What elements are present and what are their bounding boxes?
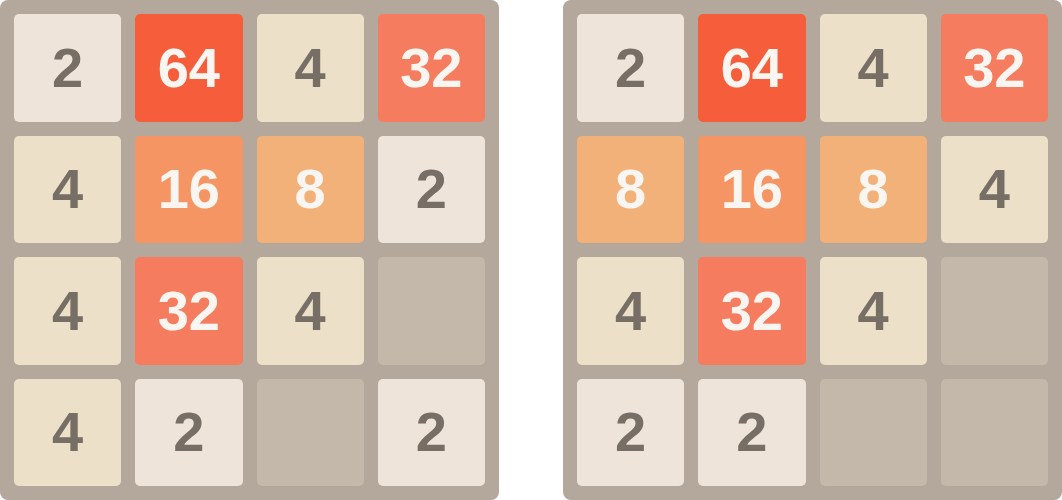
- tile-4-r3c3: 4: [257, 257, 364, 365]
- board-left: 264432416824324422: [0, 0, 499, 500]
- empty-cell-r4c3: [257, 379, 364, 487]
- tile-4-r3c1: 4: [14, 257, 121, 365]
- tile-8-r2c3: 8: [257, 136, 364, 244]
- tile-2-r2c4: 2: [378, 136, 485, 244]
- tile-4-r1c3: 4: [257, 14, 364, 122]
- tile-32-r1c4: 32: [941, 14, 1048, 122]
- tile-16-r2c2: 16: [698, 136, 805, 244]
- tile-2-r1c1: 2: [14, 14, 121, 122]
- tile-8-r2c1: 8: [577, 136, 684, 244]
- boards-container: 264432416824324422 26443281684432422: [0, 0, 1062, 500]
- empty-cell-r4c4: [941, 379, 1048, 487]
- tile-4-r2c1: 4: [14, 136, 121, 244]
- tile-8-r2c3: 8: [820, 136, 927, 244]
- tile-64-r1c2: 64: [135, 14, 242, 122]
- tile-32-r3c2: 32: [698, 257, 805, 365]
- tile-2-r4c2: 2: [135, 379, 242, 487]
- tile-4-r3c3: 4: [820, 257, 927, 365]
- tile-2-r4c2: 2: [698, 379, 805, 487]
- empty-cell-r3c4: [378, 257, 485, 365]
- empty-cell-r4c3: [820, 379, 927, 487]
- tile-4-r3c1: 4: [577, 257, 684, 365]
- tile-64-r1c2: 64: [698, 14, 805, 122]
- tile-2-r4c4: 2: [378, 379, 485, 487]
- tile-16-r2c2: 16: [135, 136, 242, 244]
- tile-32-r3c2: 32: [135, 257, 242, 365]
- board-right: 26443281684432422: [563, 0, 1062, 500]
- tile-4-r4c1: 4: [14, 379, 121, 487]
- tile-2-r4c1: 2: [577, 379, 684, 487]
- tile-2-r1c1: 2: [577, 14, 684, 122]
- tile-4-r2c4: 4: [941, 136, 1048, 244]
- tile-32-r1c4: 32: [378, 14, 485, 122]
- empty-cell-r3c4: [941, 257, 1048, 365]
- tile-4-r1c3: 4: [820, 14, 927, 122]
